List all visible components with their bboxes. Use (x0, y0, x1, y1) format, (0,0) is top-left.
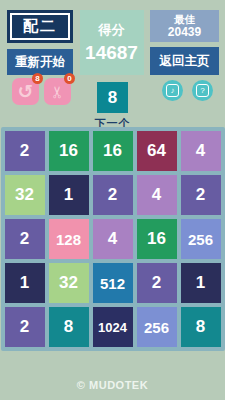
tile-r3c2: 128 (49, 219, 89, 259)
tile-r1c4: 64 (137, 131, 177, 171)
tile-r2c1: 32 (5, 175, 45, 215)
tile-r4c2: 32 (49, 263, 89, 303)
tile-r1c1: 2 (5, 131, 45, 171)
cut-button[interactable]: ✂ 0 (44, 78, 71, 105)
tile-r4c5: 1 (181, 263, 221, 303)
tile-r3c5: 256 (181, 219, 221, 259)
tile-r5c4: 256 (137, 307, 177, 347)
tile-r4c4: 2 (137, 263, 177, 303)
tile-r1c2: 16 (49, 131, 89, 171)
tile-r1c5: 4 (181, 131, 221, 171)
tile-r2c3: 2 (93, 175, 133, 215)
tile-r4c1: 1 (5, 263, 45, 303)
question-mark-icon: ? (196, 84, 209, 97)
next-tile: 8 (97, 82, 128, 113)
board[interactable]: 2161664432124221284162561325122128102425… (1, 127, 225, 351)
restart-button[interactable]: 重新开始 (7, 49, 73, 75)
undo-arrow-icon: ↺ (18, 82, 34, 101)
tile-r3c3: 4 (93, 219, 133, 259)
best-value: 20439 (150, 26, 219, 39)
home-button[interactable]: 返回主页 (150, 47, 219, 75)
tile-r5c1: 2 (5, 307, 45, 347)
tools-row: ↺ 8 ✂ 0 8 下一个 ♪ ? (12, 78, 213, 128)
tile-r1c3: 16 (93, 131, 133, 171)
tile-r3c4: 16 (137, 219, 177, 259)
copyright-text: © MUDOTEK (0, 379, 225, 391)
app-logo-text: 配二 (10, 13, 70, 40)
score-label: 得分 (80, 10, 144, 39)
tile-r5c5: 8 (181, 307, 221, 347)
sound-button[interactable]: ♪ (162, 80, 183, 101)
help-button[interactable]: ? (192, 80, 213, 101)
next-tile-preview: 8 下一个 (95, 82, 131, 131)
app-logo: 配二 (7, 10, 73, 43)
best-box: 最佳 20439 (150, 10, 219, 42)
tile-r2c4: 4 (137, 175, 177, 215)
undo-count-badge: 8 (32, 73, 43, 84)
tile-r4c3: 512 (93, 263, 133, 303)
score-box: 得分 14687 (80, 10, 144, 75)
tile-r5c3: 1024 (93, 307, 133, 347)
header: 配二 重新开始 得分 14687 最佳 20439 返回主页 (7, 10, 219, 75)
cut-count-badge: 0 (64, 73, 75, 84)
undo-button[interactable]: ↺ 8 (12, 78, 39, 105)
tile-r3c1: 2 (5, 219, 45, 259)
tile-r5c2: 8 (49, 307, 89, 347)
tile-r2c5: 2 (181, 175, 221, 215)
score-value: 14687 (80, 42, 144, 64)
tile-r2c2: 1 (49, 175, 89, 215)
music-note-icon: ♪ (166, 84, 179, 97)
scissors-icon: ✂ (50, 85, 66, 98)
